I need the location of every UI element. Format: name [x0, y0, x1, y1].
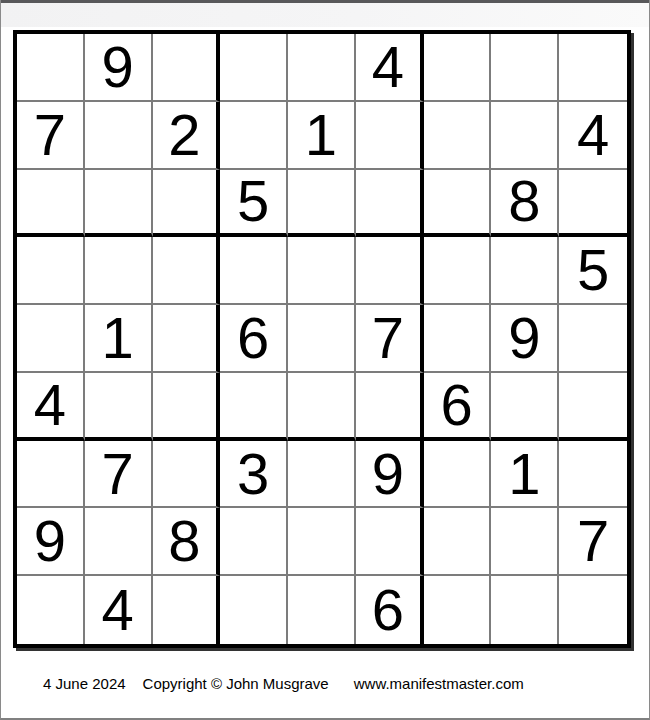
- cell-r2c1[interactable]: 7: [17, 102, 85, 170]
- footer-website: www.manifestmaster.com: [354, 675, 524, 692]
- cell-r5c5[interactable]: [288, 305, 356, 373]
- cell-r7c7[interactable]: [424, 441, 492, 509]
- footer-copyright: Copyright © John Musgrave: [143, 675, 329, 692]
- cell-r7c1[interactable]: [17, 441, 85, 509]
- cell-r4c8[interactable]: [491, 237, 559, 305]
- cell-r6c6[interactable]: [356, 373, 424, 441]
- cell-r7c8[interactable]: 1: [491, 441, 559, 509]
- cell-r8c5[interactable]: [288, 508, 356, 576]
- cell-r8c4[interactable]: [220, 508, 288, 576]
- cell-r7c5[interactable]: [288, 441, 356, 509]
- cell-r4c2[interactable]: [85, 237, 153, 305]
- cell-r9c5[interactable]: [288, 576, 356, 644]
- cell-r9c9[interactable]: [559, 576, 627, 644]
- cell-r4c5[interactable]: [288, 237, 356, 305]
- cell-r5c3[interactable]: [153, 305, 221, 373]
- cell-r2c9[interactable]: 4: [559, 102, 627, 170]
- cell-r8c8[interactable]: [491, 508, 559, 576]
- cell-r9c6[interactable]: 6: [356, 576, 424, 644]
- cell-r6c4[interactable]: [220, 373, 288, 441]
- cell-r7c4[interactable]: 3: [220, 441, 288, 509]
- cell-r5c4[interactable]: 6: [220, 305, 288, 373]
- cell-r5c1[interactable]: [17, 305, 85, 373]
- footer: 4 June 2024Copyright © John Musgravewww.…: [43, 675, 524, 692]
- cell-r2c4[interactable]: [220, 102, 288, 170]
- cell-r2c2[interactable]: [85, 102, 153, 170]
- cell-r6c8[interactable]: [491, 373, 559, 441]
- cell-r9c1[interactable]: [17, 576, 85, 644]
- cell-r8c6[interactable]: [356, 508, 424, 576]
- cell-r9c7[interactable]: [424, 576, 492, 644]
- cell-r3c5[interactable]: [288, 170, 356, 238]
- cell-r8c7[interactable]: [424, 508, 492, 576]
- cell-r1c4[interactable]: [220, 34, 288, 102]
- cell-r8c2[interactable]: [85, 508, 153, 576]
- sudoku-page: 947214585167946739198746 4 June 2024Copy…: [0, 0, 650, 720]
- cell-r3c3[interactable]: [153, 170, 221, 238]
- cell-r6c7[interactable]: 6: [424, 373, 492, 441]
- cell-r4c9[interactable]: 5: [559, 237, 627, 305]
- cell-r7c3[interactable]: [153, 441, 221, 509]
- cell-r1c3[interactable]: [153, 34, 221, 102]
- cell-r1c8[interactable]: [491, 34, 559, 102]
- cell-r6c9[interactable]: [559, 373, 627, 441]
- sudoku-board: 947214585167946739198746: [13, 30, 631, 648]
- cell-r5c2[interactable]: 1: [85, 305, 153, 373]
- cell-r5c7[interactable]: [424, 305, 492, 373]
- topbar-band: [1, 3, 649, 27]
- cell-r9c2[interactable]: 4: [85, 576, 153, 644]
- cell-r1c7[interactable]: [424, 34, 492, 102]
- footer-date: 4 June 2024: [43, 675, 126, 692]
- cell-r4c7[interactable]: [424, 237, 492, 305]
- cell-r1c5[interactable]: [288, 34, 356, 102]
- cell-r3c8[interactable]: 8: [491, 170, 559, 238]
- cell-r1c9[interactable]: [559, 34, 627, 102]
- cell-r3c1[interactable]: [17, 170, 85, 238]
- cell-r2c3[interactable]: 2: [153, 102, 221, 170]
- cell-r2c5[interactable]: 1: [288, 102, 356, 170]
- cell-r4c6[interactable]: [356, 237, 424, 305]
- cell-r3c7[interactable]: [424, 170, 492, 238]
- cell-r8c1[interactable]: 9: [17, 508, 85, 576]
- cell-r1c2[interactable]: 9: [85, 34, 153, 102]
- cell-r3c4[interactable]: 5: [220, 170, 288, 238]
- cell-r8c3[interactable]: 8: [153, 508, 221, 576]
- cell-r4c3[interactable]: [153, 237, 221, 305]
- cell-r2c7[interactable]: [424, 102, 492, 170]
- cell-r6c5[interactable]: [288, 373, 356, 441]
- cell-r9c8[interactable]: [491, 576, 559, 644]
- cell-r9c3[interactable]: [153, 576, 221, 644]
- cell-r2c6[interactable]: [356, 102, 424, 170]
- cell-r7c2[interactable]: 7: [85, 441, 153, 509]
- cell-r1c6[interactable]: 4: [356, 34, 424, 102]
- cell-r2c8[interactable]: [491, 102, 559, 170]
- cell-r3c9[interactable]: [559, 170, 627, 238]
- cell-r9c4[interactable]: [220, 576, 288, 644]
- cell-r4c4[interactable]: [220, 237, 288, 305]
- cell-r5c6[interactable]: 7: [356, 305, 424, 373]
- cell-r6c2[interactable]: [85, 373, 153, 441]
- cell-r6c1[interactable]: 4: [17, 373, 85, 441]
- cell-r4c1[interactable]: [17, 237, 85, 305]
- cell-r3c2[interactable]: [85, 170, 153, 238]
- cell-r7c9[interactable]: [559, 441, 627, 509]
- cell-r1c1[interactable]: [17, 34, 85, 102]
- cell-r5c9[interactable]: [559, 305, 627, 373]
- cell-r6c3[interactable]: [153, 373, 221, 441]
- cell-r7c6[interactable]: 9: [356, 441, 424, 509]
- cell-r3c6[interactable]: [356, 170, 424, 238]
- cell-r8c9[interactable]: 7: [559, 508, 627, 576]
- cell-r5c8[interactable]: 9: [491, 305, 559, 373]
